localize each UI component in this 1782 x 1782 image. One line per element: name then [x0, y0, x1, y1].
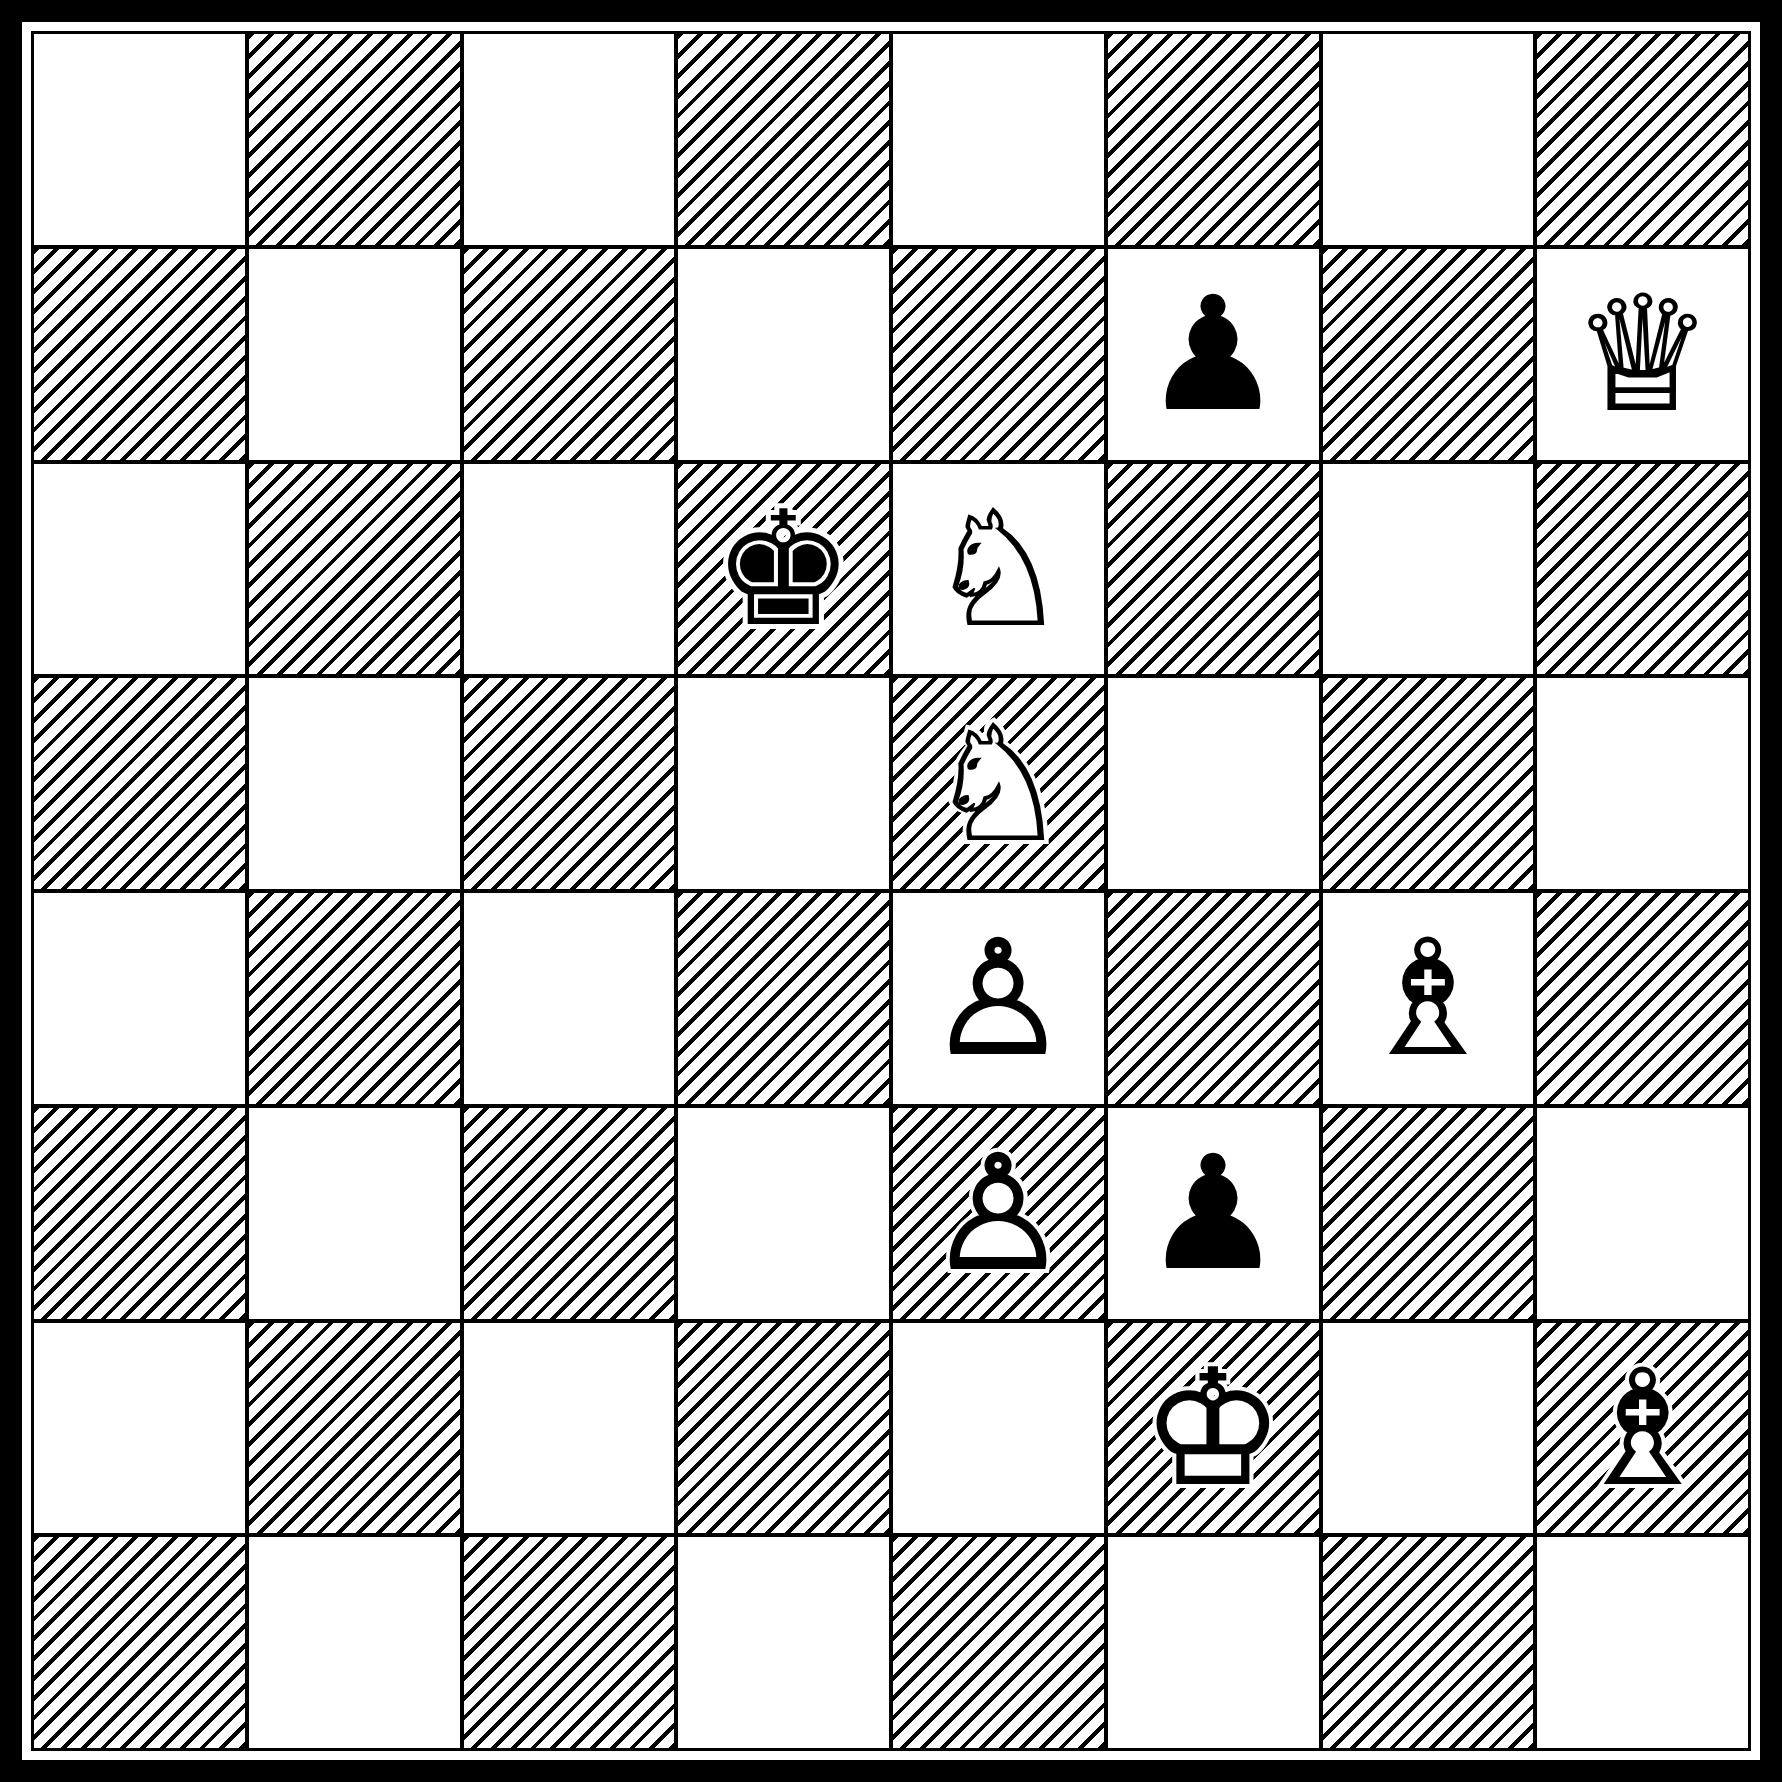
- white-pawn: ♟♙: [893, 1108, 1104, 1319]
- white-knight: ♞♘: [893, 464, 1104, 675]
- square-g7[interactable]: [1323, 249, 1534, 460]
- square-b5[interactable]: [249, 678, 460, 889]
- square-e5[interactable]: ♞♘: [893, 678, 1104, 889]
- square-h2[interactable]: ♝♗: [1537, 1323, 1748, 1534]
- square-c4[interactable]: [464, 893, 675, 1104]
- square-e1[interactable]: [893, 1537, 1104, 1748]
- square-d3[interactable]: [678, 1108, 889, 1319]
- square-f4[interactable]: [1108, 893, 1319, 1104]
- black-pawn-glyph: ♟: [1108, 249, 1319, 460]
- white-queen-glyph: ♕: [1537, 249, 1748, 460]
- square-d1[interactable]: [678, 1537, 889, 1748]
- square-f6[interactable]: [1108, 464, 1319, 675]
- square-g5[interactable]: [1323, 678, 1534, 889]
- square-c7[interactable]: [464, 249, 675, 460]
- square-f5[interactable]: [1108, 678, 1319, 889]
- square-c2[interactable]: [464, 1323, 675, 1534]
- white-pawn: ♟♙: [893, 893, 1104, 1104]
- square-e8[interactable]: [893, 34, 1104, 245]
- white-knight-glyph: ♘: [893, 464, 1104, 675]
- square-f3[interactable]: ♟♟: [1108, 1108, 1319, 1319]
- white-bishop-glyph: ♗: [1537, 1323, 1748, 1534]
- square-c1[interactable]: [464, 1537, 675, 1748]
- square-h7[interactable]: ♛♕: [1537, 249, 1748, 460]
- square-g1[interactable]: [1323, 1537, 1534, 1748]
- square-a1[interactable]: [34, 1537, 245, 1748]
- square-c5[interactable]: [464, 678, 675, 889]
- square-g2[interactable]: [1323, 1323, 1534, 1534]
- white-king: ♚♔: [1108, 1323, 1319, 1534]
- square-h3[interactable]: [1537, 1108, 1748, 1319]
- square-e2[interactable]: [893, 1323, 1104, 1534]
- chessboard-frame: ♟♟♛♕♚♚♞♘♞♘♟♙♝♗♟♙♟♟♚♔♝♗: [0, 0, 1782, 1782]
- white-king-glyph: ♔: [1108, 1323, 1319, 1534]
- square-a3[interactable]: [34, 1108, 245, 1319]
- square-d2[interactable]: [678, 1323, 889, 1534]
- square-f1[interactable]: [1108, 1537, 1319, 1748]
- square-a4[interactable]: [34, 893, 245, 1104]
- square-h6[interactable]: [1537, 464, 1748, 675]
- white-knight-glyph: ♘: [893, 678, 1104, 889]
- square-g4[interactable]: ♝♗: [1323, 893, 1534, 1104]
- square-f2[interactable]: ♚♔: [1108, 1323, 1319, 1534]
- white-bishop-glyph: ♗: [1323, 893, 1534, 1104]
- square-c8[interactable]: [464, 34, 675, 245]
- chessboard: ♟♟♛♕♚♚♞♘♞♘♟♙♝♗♟♙♟♟♚♔♝♗: [31, 31, 1751, 1751]
- white-pawn-glyph: ♙: [893, 893, 1104, 1104]
- square-g6[interactable]: [1323, 464, 1534, 675]
- black-pawn: ♟♟: [1108, 1108, 1319, 1319]
- square-f8[interactable]: [1108, 34, 1319, 245]
- square-c6[interactable]: [464, 464, 675, 675]
- square-g8[interactable]: [1323, 34, 1534, 245]
- square-d4[interactable]: [678, 893, 889, 1104]
- square-b1[interactable]: [249, 1537, 460, 1748]
- square-f7[interactable]: ♟♟: [1108, 249, 1319, 460]
- square-e6[interactable]: ♞♘: [893, 464, 1104, 675]
- square-e7[interactable]: [893, 249, 1104, 460]
- square-c3[interactable]: [464, 1108, 675, 1319]
- square-d5[interactable]: [678, 678, 889, 889]
- square-e4[interactable]: ♟♙: [893, 893, 1104, 1104]
- square-b2[interactable]: [249, 1323, 460, 1534]
- white-bishop: ♝♗: [1323, 893, 1534, 1104]
- square-a6[interactable]: [34, 464, 245, 675]
- square-d6[interactable]: ♚♚: [678, 464, 889, 675]
- white-bishop: ♝♗: [1537, 1323, 1748, 1534]
- white-pawn-glyph: ♙: [893, 1108, 1104, 1319]
- square-a8[interactable]: [34, 34, 245, 245]
- square-b3[interactable]: [249, 1108, 460, 1319]
- square-d8[interactable]: [678, 34, 889, 245]
- black-king: ♚♚: [678, 464, 889, 675]
- square-h1[interactable]: [1537, 1537, 1748, 1748]
- square-a7[interactable]: [34, 249, 245, 460]
- square-e3[interactable]: ♟♙: [893, 1108, 1104, 1319]
- square-h5[interactable]: [1537, 678, 1748, 889]
- white-knight: ♞♘: [893, 678, 1104, 889]
- white-queen: ♛♕: [1537, 249, 1748, 460]
- square-g3[interactable]: [1323, 1108, 1534, 1319]
- black-king-glyph: ♚: [678, 464, 889, 675]
- square-a5[interactable]: [34, 678, 245, 889]
- square-h4[interactable]: [1537, 893, 1748, 1104]
- square-a2[interactable]: [34, 1323, 245, 1534]
- black-pawn-glyph: ♟: [1108, 1108, 1319, 1319]
- square-d7[interactable]: [678, 249, 889, 460]
- square-b7[interactable]: [249, 249, 460, 460]
- square-h8[interactable]: [1537, 34, 1748, 245]
- square-b6[interactable]: [249, 464, 460, 675]
- square-b4[interactable]: [249, 893, 460, 1104]
- black-pawn: ♟♟: [1108, 249, 1319, 460]
- square-b8[interactable]: [249, 34, 460, 245]
